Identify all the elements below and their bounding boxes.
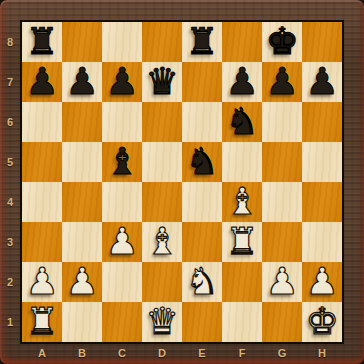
- black-pawn-c7[interactable]: ♟: [105, 62, 138, 102]
- square-b4[interactable]: [62, 182, 102, 222]
- square-b3[interactable]: [62, 222, 102, 262]
- black-pawn-g7[interactable]: ♟: [265, 62, 298, 102]
- square-c2[interactable]: [102, 262, 142, 302]
- rank-label-3: 3: [0, 222, 20, 262]
- square-c5[interactable]: ♝: [102, 142, 142, 182]
- square-h2[interactable]: ♟: [302, 262, 342, 302]
- square-c6[interactable]: [102, 102, 142, 142]
- square-e3[interactable]: [182, 222, 222, 262]
- square-g5[interactable]: [262, 142, 302, 182]
- black-king-g8[interactable]: ♚: [265, 22, 298, 62]
- square-f5[interactable]: [222, 142, 262, 182]
- square-a7[interactable]: ♟: [22, 62, 62, 102]
- white-queen-d1[interactable]: ♛: [145, 302, 178, 342]
- square-b1[interactable]: [62, 302, 102, 342]
- square-a3[interactable]: [22, 222, 62, 262]
- square-h5[interactable]: [302, 142, 342, 182]
- square-d4[interactable]: [142, 182, 182, 222]
- square-e4[interactable]: [182, 182, 222, 222]
- square-a8[interactable]: ♜: [22, 22, 62, 62]
- square-b2[interactable]: ♟: [62, 262, 102, 302]
- white-rook-a1[interactable]: ♜: [25, 302, 58, 342]
- black-bishop-c5[interactable]: ♝: [105, 142, 138, 182]
- square-g2[interactable]: ♟: [262, 262, 302, 302]
- square-d5[interactable]: [142, 142, 182, 182]
- file-label-c: C: [102, 344, 142, 362]
- file-label-h: H: [302, 344, 342, 362]
- square-a2[interactable]: ♟: [22, 262, 62, 302]
- square-b6[interactable]: [62, 102, 102, 142]
- file-label-b: B: [62, 344, 102, 362]
- square-d1[interactable]: ♛: [142, 302, 182, 342]
- square-e1[interactable]: [182, 302, 222, 342]
- square-h6[interactable]: [302, 102, 342, 142]
- white-bishop-f4[interactable]: ♝: [225, 182, 258, 222]
- chess-board: ♜♜♚♟♟♟♛♟♟♟♞♝♞♝♟♝♜♟♟♞♟♟♜♛♚: [20, 20, 344, 344]
- square-f1[interactable]: [222, 302, 262, 342]
- square-e2[interactable]: ♞: [182, 262, 222, 302]
- square-c1[interactable]: [102, 302, 142, 342]
- square-c4[interactable]: [102, 182, 142, 222]
- square-a1[interactable]: ♜: [22, 302, 62, 342]
- file-label-f: F: [222, 344, 262, 362]
- square-e6[interactable]: [182, 102, 222, 142]
- black-pawn-f7[interactable]: ♟: [225, 62, 258, 102]
- square-h7[interactable]: ♟: [302, 62, 342, 102]
- white-pawn-g2[interactable]: ♟: [265, 262, 298, 302]
- rank-label-6: 6: [0, 102, 20, 142]
- chess-board-frame: ♜♜♚♟♟♟♛♟♟♟♞♝♞♝♟♝♜♟♟♞♟♟♜♛♚ 87654321 ABCDE…: [0, 0, 364, 364]
- square-c8[interactable]: [102, 22, 142, 62]
- square-f3[interactable]: ♜: [222, 222, 262, 262]
- square-c3[interactable]: ♟: [102, 222, 142, 262]
- square-a6[interactable]: [22, 102, 62, 142]
- file-label-g: G: [262, 344, 302, 362]
- square-c7[interactable]: ♟: [102, 62, 142, 102]
- square-d8[interactable]: [142, 22, 182, 62]
- white-bishop-d3[interactable]: ♝: [145, 222, 178, 262]
- square-d7[interactable]: ♛: [142, 62, 182, 102]
- black-rook-a8[interactable]: ♜: [25, 22, 58, 62]
- white-knight-e2[interactable]: ♞: [185, 262, 218, 302]
- rank-label-4: 4: [0, 182, 20, 222]
- square-h4[interactable]: [302, 182, 342, 222]
- rank-label-7: 7: [0, 62, 20, 102]
- black-queen-d7[interactable]: ♛: [145, 62, 178, 102]
- white-pawn-h2[interactable]: ♟: [305, 262, 338, 302]
- black-knight-f6[interactable]: ♞: [225, 102, 258, 142]
- black-rook-e8[interactable]: ♜: [185, 22, 218, 62]
- square-e8[interactable]: ♜: [182, 22, 222, 62]
- square-g8[interactable]: ♚: [262, 22, 302, 62]
- white-pawn-b2[interactable]: ♟: [65, 262, 98, 302]
- file-label-a: A: [22, 344, 62, 362]
- square-e7[interactable]: [182, 62, 222, 102]
- square-g6[interactable]: [262, 102, 302, 142]
- black-pawn-b7[interactable]: ♟: [65, 62, 98, 102]
- white-pawn-c3[interactable]: ♟: [105, 222, 138, 262]
- square-f8[interactable]: [222, 22, 262, 62]
- white-pawn-a2[interactable]: ♟: [25, 262, 58, 302]
- square-a5[interactable]: [22, 142, 62, 182]
- square-f4[interactable]: ♝: [222, 182, 262, 222]
- square-g7[interactable]: ♟: [262, 62, 302, 102]
- square-d3[interactable]: ♝: [142, 222, 182, 262]
- square-h8[interactable]: [302, 22, 342, 62]
- black-pawn-a7[interactable]: ♟: [25, 62, 58, 102]
- black-pawn-h7[interactable]: ♟: [305, 62, 338, 102]
- rank-label-8: 8: [0, 22, 20, 62]
- white-king-h1[interactable]: ♚: [305, 302, 338, 342]
- file-label-e: E: [182, 344, 222, 362]
- square-f7[interactable]: ♟: [222, 62, 262, 102]
- rank-label-1: 1: [0, 302, 20, 342]
- white-rook-f3[interactable]: ♜: [225, 222, 258, 262]
- square-d2[interactable]: [142, 262, 182, 302]
- square-f6[interactable]: ♞: [222, 102, 262, 142]
- black-knight-e5[interactable]: ♞: [185, 142, 218, 182]
- square-f2[interactable]: [222, 262, 262, 302]
- square-g1[interactable]: [262, 302, 302, 342]
- square-g4[interactable]: [262, 182, 302, 222]
- square-h3[interactable]: [302, 222, 342, 262]
- rank-label-2: 2: [0, 262, 20, 302]
- square-a4[interactable]: [22, 182, 62, 222]
- rank-label-5: 5: [0, 142, 20, 182]
- square-e5[interactable]: ♞: [182, 142, 222, 182]
- square-h1[interactable]: ♚: [302, 302, 342, 342]
- square-g3[interactable]: [262, 222, 302, 262]
- file-label-d: D: [142, 344, 182, 362]
- square-b8[interactable]: [62, 22, 102, 62]
- square-d6[interactable]: [142, 102, 182, 142]
- square-b5[interactable]: [62, 142, 102, 182]
- square-b7[interactable]: ♟: [62, 62, 102, 102]
